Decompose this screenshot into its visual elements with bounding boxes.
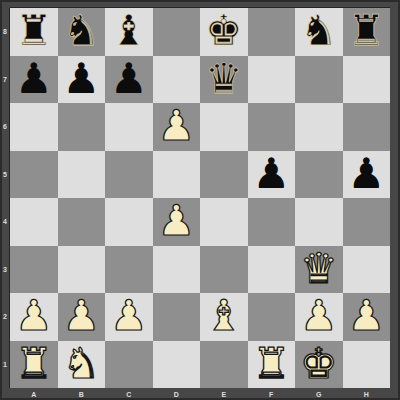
file-labels: ABCDEFGH bbox=[10, 388, 390, 400]
rank-label-4: 4 bbox=[0, 198, 10, 246]
rank-label-8: 8 bbox=[0, 8, 10, 56]
square-h5[interactable]: ♟ bbox=[343, 151, 391, 199]
piece-white-pawn[interactable]: ♟ bbox=[157, 198, 195, 244]
piece-black-bishop[interactable]: ♝ bbox=[110, 8, 148, 54]
square-g3[interactable]: ♛ bbox=[295, 246, 343, 294]
piece-white-bishop[interactable]: ♝ bbox=[205, 293, 243, 339]
square-d4[interactable]: ♟ bbox=[153, 198, 201, 246]
rank-label-5: 5 bbox=[0, 151, 10, 199]
rank-label-2: 2 bbox=[0, 293, 10, 341]
square-c6[interactable] bbox=[105, 103, 153, 151]
piece-white-rook[interactable]: ♜ bbox=[15, 341, 53, 387]
piece-black-pawn[interactable]: ♟ bbox=[252, 151, 290, 197]
piece-black-king[interactable]: ♚ bbox=[205, 8, 243, 54]
square-g2[interactable]: ♟ bbox=[295, 293, 343, 341]
square-d5[interactable] bbox=[153, 151, 201, 199]
rank-labels: 87654321 bbox=[0, 8, 10, 388]
square-a1[interactable]: ♜ bbox=[10, 341, 58, 389]
square-d1[interactable] bbox=[153, 341, 201, 389]
square-h6[interactable] bbox=[343, 103, 391, 151]
rank-label-1: 1 bbox=[0, 341, 10, 389]
square-g1[interactable]: ♚ bbox=[295, 341, 343, 389]
square-h7[interactable] bbox=[343, 56, 391, 104]
square-h3[interactable] bbox=[343, 246, 391, 294]
file-label-b: B bbox=[58, 388, 106, 400]
square-a7[interactable]: ♟ bbox=[10, 56, 58, 104]
square-b6[interactable] bbox=[58, 103, 106, 151]
piece-white-pawn[interactable]: ♟ bbox=[110, 293, 148, 339]
file-label-f: F bbox=[248, 388, 296, 400]
piece-black-pawn[interactable]: ♟ bbox=[347, 151, 385, 197]
square-g6[interactable] bbox=[295, 103, 343, 151]
square-a2[interactable]: ♟ bbox=[10, 293, 58, 341]
file-label-c: C bbox=[105, 388, 153, 400]
piece-white-pawn[interactable]: ♟ bbox=[15, 293, 53, 339]
square-c2[interactable]: ♟ bbox=[105, 293, 153, 341]
square-f4[interactable] bbox=[248, 198, 296, 246]
square-a6[interactable] bbox=[10, 103, 58, 151]
square-h4[interactable] bbox=[343, 198, 391, 246]
square-a3[interactable] bbox=[10, 246, 58, 294]
square-g4[interactable] bbox=[295, 198, 343, 246]
chess-board: ♜♞♝♚♞♜♟♟♟♛♟♟♟♟♛♟♟♟♝♟♟♜♞♜♚ bbox=[10, 8, 390, 388]
square-d8[interactable] bbox=[153, 8, 201, 56]
square-f8[interactable] bbox=[248, 8, 296, 56]
square-e4[interactable] bbox=[200, 198, 248, 246]
square-f5[interactable]: ♟ bbox=[248, 151, 296, 199]
square-f7[interactable] bbox=[248, 56, 296, 104]
piece-white-pawn[interactable]: ♟ bbox=[62, 293, 100, 339]
piece-black-rook[interactable]: ♜ bbox=[347, 8, 385, 54]
piece-black-pawn[interactable]: ♟ bbox=[62, 56, 100, 102]
square-g7[interactable] bbox=[295, 56, 343, 104]
rank-label-6: 6 bbox=[0, 103, 10, 151]
square-a4[interactable] bbox=[10, 198, 58, 246]
square-f1[interactable]: ♜ bbox=[248, 341, 296, 389]
square-h8[interactable]: ♜ bbox=[343, 8, 391, 56]
square-f2[interactable] bbox=[248, 293, 296, 341]
piece-white-king[interactable]: ♚ bbox=[300, 341, 338, 387]
square-b7[interactable]: ♟ bbox=[58, 56, 106, 104]
square-d2[interactable] bbox=[153, 293, 201, 341]
square-e3[interactable] bbox=[200, 246, 248, 294]
file-label-a: A bbox=[10, 388, 58, 400]
piece-white-pawn[interactable]: ♟ bbox=[300, 293, 338, 339]
square-b1[interactable]: ♞ bbox=[58, 341, 106, 389]
piece-black-pawn[interactable]: ♟ bbox=[110, 56, 148, 102]
piece-black-rook[interactable]: ♜ bbox=[15, 8, 53, 54]
piece-black-pawn[interactable]: ♟ bbox=[15, 56, 53, 102]
square-f6[interactable] bbox=[248, 103, 296, 151]
square-b5[interactable] bbox=[58, 151, 106, 199]
file-label-d: D bbox=[153, 388, 201, 400]
square-b2[interactable]: ♟ bbox=[58, 293, 106, 341]
file-label-e: E bbox=[200, 388, 248, 400]
square-h1[interactable] bbox=[343, 341, 391, 389]
piece-black-queen[interactable]: ♛ bbox=[205, 56, 243, 102]
square-f3[interactable] bbox=[248, 246, 296, 294]
piece-white-queen[interactable]: ♛ bbox=[300, 246, 338, 292]
chess-app-window: 87654321 ♜♞♝♚♞♜♟♟♟♛♟♟♟♟♛♟♟♟♝♟♟♜♞♜♚ ABCDE… bbox=[0, 0, 400, 400]
piece-black-knight[interactable]: ♞ bbox=[300, 8, 338, 54]
rank-label-3: 3 bbox=[0, 246, 10, 294]
square-e1[interactable] bbox=[200, 341, 248, 389]
piece-white-rook[interactable]: ♜ bbox=[252, 341, 290, 387]
piece-black-knight[interactable]: ♞ bbox=[62, 8, 100, 54]
square-c4[interactable] bbox=[105, 198, 153, 246]
square-a5[interactable] bbox=[10, 151, 58, 199]
square-a8[interactable]: ♜ bbox=[10, 8, 58, 56]
piece-white-pawn[interactable]: ♟ bbox=[347, 293, 385, 339]
rank-label-7: 7 bbox=[0, 56, 10, 104]
square-c1[interactable] bbox=[105, 341, 153, 389]
square-e2[interactable]: ♝ bbox=[200, 293, 248, 341]
square-d7[interactable] bbox=[153, 56, 201, 104]
square-c7[interactable]: ♟ bbox=[105, 56, 153, 104]
square-e8[interactable]: ♚ bbox=[200, 8, 248, 56]
file-label-h: H bbox=[343, 388, 391, 400]
piece-white-knight[interactable]: ♞ bbox=[62, 341, 100, 387]
square-g5[interactable] bbox=[295, 151, 343, 199]
square-d3[interactable] bbox=[153, 246, 201, 294]
square-b8[interactable]: ♞ bbox=[58, 8, 106, 56]
square-c5[interactable] bbox=[105, 151, 153, 199]
file-label-g: G bbox=[295, 388, 343, 400]
square-e5[interactable] bbox=[200, 151, 248, 199]
square-h2[interactable]: ♟ bbox=[343, 293, 391, 341]
square-c8[interactable]: ♝ bbox=[105, 8, 153, 56]
square-d6[interactable]: ♟ bbox=[153, 103, 201, 151]
square-c3[interactable] bbox=[105, 246, 153, 294]
piece-white-pawn[interactable]: ♟ bbox=[157, 103, 195, 149]
square-e6[interactable] bbox=[200, 103, 248, 151]
square-g8[interactable]: ♞ bbox=[295, 8, 343, 56]
square-b3[interactable] bbox=[58, 246, 106, 294]
square-b4[interactable] bbox=[58, 198, 106, 246]
square-e7[interactable]: ♛ bbox=[200, 56, 248, 104]
